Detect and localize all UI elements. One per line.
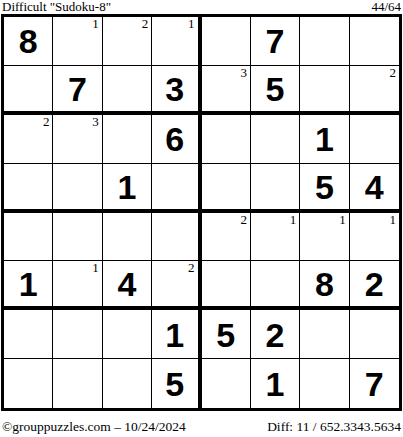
cell-r2c5[interactable]: 3 [202,66,251,115]
cell-value: 7 [266,24,285,58]
puzzle-title: Difficult "Sudoku-8" [2,0,111,13]
pencil-mark: 2 [188,261,195,275]
cell-r7c4[interactable]: 1 [152,310,201,359]
cell-r5c8[interactable]: 1 [350,213,399,262]
cell-value: 1 [266,367,285,401]
cell-r5c3[interactable] [103,213,152,262]
pencil-mark: 1 [290,213,297,227]
cell-r1c1[interactable]: 8 [4,17,53,66]
cell-r2c2[interactable]: 7 [53,66,102,115]
cell-r7c3[interactable] [103,310,152,359]
cell-r2c4[interactable]: 3 [152,66,201,115]
puzzle-page: Difficult "Sudoku-8" 44/64 8121773352236… [0,0,403,437]
cell-r3c3[interactable] [103,115,152,164]
pencil-mark: 1 [92,17,99,31]
cell-r4c8[interactable]: 4 [350,164,399,213]
cell-r5c6[interactable]: 1 [251,213,300,262]
pencil-mark: 1 [390,213,397,227]
cell-r3c5[interactable] [202,115,251,164]
cell-value: 3 [165,72,184,106]
cell-r3c6[interactable] [251,115,300,164]
pencil-mark: 1 [92,261,99,275]
footer: ©grouppuzzles.com – 10/24/2024 Diff: 11 … [2,419,401,434]
cell-r4c3[interactable]: 1 [103,164,152,213]
cell-r7c1[interactable] [4,310,53,359]
cell-r1c2[interactable]: 1 [53,17,102,66]
cell-r6c2[interactable]: 1 [53,261,102,310]
pencil-mark: 2 [390,66,397,80]
cell-r7c5[interactable]: 5 [202,310,251,359]
difficulty-rating: Diff: 11 / 652.3343.5634 [267,419,401,434]
cell-r7c6[interactable]: 2 [251,310,300,359]
cell-r4c7[interactable]: 5 [300,164,349,213]
cell-r5c2[interactable] [53,213,102,262]
pencil-mark: 3 [240,66,247,80]
cell-r8c5[interactable] [202,359,251,408]
cell-r1c4[interactable]: 1 [152,17,201,66]
cell-r3c8[interactable] [350,115,399,164]
pencil-mark: 2 [240,213,247,227]
cell-r8c4[interactable]: 5 [152,359,201,408]
cell-r1c8[interactable] [350,17,399,66]
cell-value: 5 [315,170,334,204]
cell-r3c4[interactable]: 6 [152,115,201,164]
cell-value: 1 [19,267,38,301]
copyright-date: ©grouppuzzles.com – 10/24/2024 [2,419,186,434]
cell-r6c4[interactable]: 2 [152,261,201,310]
cell-r4c1[interactable] [4,164,53,213]
cell-value: 5 [266,72,285,106]
cell-r8c7[interactable] [300,359,349,408]
cell-r4c4[interactable] [152,164,201,213]
cell-value: 6 [165,122,184,156]
cell-r2c1[interactable] [4,66,53,115]
cell-r6c7[interactable]: 8 [300,261,349,310]
cell-r5c7[interactable]: 1 [300,213,349,262]
cell-value: 2 [365,267,384,301]
cell-r6c5[interactable] [202,261,251,310]
puzzle-counter: 44/64 [371,0,401,13]
cell-r6c3[interactable]: 4 [103,261,152,310]
cell-r1c3[interactable]: 2 [103,17,152,66]
cell-r8c6[interactable]: 1 [251,359,300,408]
cell-r7c7[interactable] [300,310,349,359]
cell-value: 1 [165,318,184,352]
cell-value: 5 [165,367,184,401]
cell-value: 7 [68,72,87,106]
cell-r2c3[interactable] [103,66,152,115]
cell-r7c2[interactable] [53,310,102,359]
cell-r8c2[interactable] [53,359,102,408]
cell-r6c6[interactable] [251,261,300,310]
cell-r1c7[interactable] [300,17,349,66]
pencil-mark: 1 [339,213,346,227]
cell-r1c5[interactable] [202,17,251,66]
cell-value: 5 [216,318,235,352]
cell-r6c1[interactable]: 1 [4,261,53,310]
cell-r5c4[interactable] [152,213,201,262]
cell-r4c2[interactable] [53,164,102,213]
pencil-mark: 1 [188,17,195,31]
cell-value: 4 [117,267,136,301]
cell-value: 1 [117,170,136,204]
cell-r3c7[interactable]: 1 [300,115,349,164]
cell-r2c8[interactable]: 2 [350,66,399,115]
cell-r4c5[interactable] [202,164,251,213]
cell-r8c8[interactable]: 7 [350,359,399,408]
cell-r3c2[interactable]: 3 [53,115,102,164]
pencil-mark: 2 [142,17,149,31]
cell-r5c1[interactable] [4,213,53,262]
cell-r8c3[interactable] [103,359,152,408]
cell-value: 8 [315,267,334,301]
cell-r8c1[interactable] [4,359,53,408]
cell-r2c7[interactable] [300,66,349,115]
pencil-mark: 3 [92,115,99,129]
cell-r6c8[interactable]: 2 [350,261,399,310]
cell-value: 8 [19,24,38,58]
cell-value: 4 [365,170,384,204]
cell-r7c8[interactable] [350,310,399,359]
cell-value: 1 [315,122,334,156]
cell-r3c1[interactable]: 2 [4,115,53,164]
header: Difficult "Sudoku-8" 44/64 [2,0,401,13]
cell-r4c6[interactable] [251,164,300,213]
cell-value: 2 [266,318,285,352]
cell-r5c5[interactable]: 2 [202,213,251,262]
cell-r2c6[interactable]: 5 [251,66,300,115]
sudoku-grid: 812177335223611542111114282152517 [1,14,402,411]
cell-r1c6[interactable]: 7 [251,17,300,66]
pencil-mark: 2 [43,115,50,129]
cell-value: 7 [365,367,384,401]
